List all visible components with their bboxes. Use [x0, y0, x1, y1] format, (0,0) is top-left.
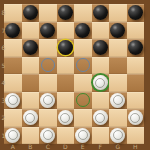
square-b8[interactable] — [22, 4, 40, 22]
rank-labels: 87654321 — [0, 4, 7, 144]
piece-ridge — [8, 95, 18, 105]
black-piece-d8[interactable] — [58, 5, 73, 20]
square-f2[interactable] — [92, 109, 110, 127]
white-piece-g1[interactable] — [110, 128, 125, 143]
move-hint-ring-e5[interactable] — [76, 58, 90, 72]
white-piece-f2[interactable] — [93, 110, 108, 125]
piece-ridge — [95, 113, 105, 123]
square-b3[interactable] — [22, 92, 40, 110]
black-piece-f6[interactable] — [93, 40, 108, 55]
white-piece-a3[interactable] — [5, 93, 20, 108]
square-g5[interactable] — [109, 57, 127, 75]
square-b7[interactable] — [22, 22, 40, 40]
square-c5[interactable] — [39, 57, 57, 75]
black-piece-h8[interactable] — [128, 5, 143, 20]
square-f7[interactable] — [92, 22, 110, 40]
square-b1[interactable] — [22, 127, 40, 145]
file-label-c: C — [39, 144, 57, 150]
square-e6[interactable] — [74, 39, 92, 57]
square-d1[interactable] — [57, 127, 75, 145]
move-hint-ring-c5[interactable] — [41, 58, 55, 72]
white-piece-b2[interactable] — [23, 110, 38, 125]
square-f3[interactable] — [92, 92, 110, 110]
square-b6[interactable] — [22, 39, 40, 57]
black-piece-f8[interactable] — [93, 5, 108, 20]
square-e1[interactable] — [74, 127, 92, 145]
black-piece-b6[interactable] — [23, 40, 38, 55]
square-h5[interactable] — [127, 57, 145, 75]
rank-label-3: 3 — [0, 92, 7, 110]
piece-ridge — [78, 130, 88, 140]
piece-ridge — [113, 95, 123, 105]
file-label-h: H — [127, 144, 145, 150]
black-piece-h6[interactable] — [128, 40, 143, 55]
square-b5[interactable] — [22, 57, 40, 75]
square-h6[interactable] — [127, 39, 145, 57]
square-e8[interactable] — [74, 4, 92, 22]
rank-label-5: 5 — [0, 57, 7, 75]
square-e2[interactable] — [74, 109, 92, 127]
rank-label-1: 1 — [0, 127, 7, 145]
white-piece-a1[interactable] — [5, 128, 20, 143]
black-piece-b8[interactable] — [23, 5, 38, 20]
square-d8[interactable] — [57, 4, 75, 22]
white-piece-h2[interactable] — [128, 110, 143, 125]
square-d6[interactable] — [57, 39, 75, 57]
rank-label-4: 4 — [0, 74, 7, 92]
square-c1[interactable] — [39, 127, 57, 145]
square-d7[interactable] — [57, 22, 75, 40]
checkers-board-frame: 87654321 ABCDEFGH — [0, 0, 150, 150]
file-label-e: E — [74, 144, 92, 150]
white-piece-d2[interactable] — [58, 110, 73, 125]
black-piece-d6[interactable] — [58, 40, 73, 55]
square-f5[interactable] — [92, 57, 110, 75]
square-h2[interactable] — [127, 109, 145, 127]
square-d4[interactable] — [57, 74, 75, 92]
square-e7[interactable] — [74, 22, 92, 40]
square-d5[interactable] — [57, 57, 75, 75]
square-g1[interactable] — [109, 127, 127, 145]
white-piece-c3[interactable] — [40, 93, 55, 108]
square-f8[interactable] — [92, 4, 110, 22]
white-piece-f4[interactable] — [93, 75, 108, 90]
square-h4[interactable] — [127, 74, 145, 92]
file-label-g: G — [109, 144, 127, 150]
square-g7[interactable] — [109, 22, 127, 40]
square-h7[interactable] — [127, 22, 145, 40]
rank-label-6: 6 — [0, 39, 7, 57]
square-g8[interactable] — [109, 4, 127, 22]
white-piece-e1[interactable] — [75, 128, 90, 143]
file-label-f: F — [92, 144, 110, 150]
square-g2[interactable] — [109, 109, 127, 127]
black-piece-e7[interactable] — [75, 23, 90, 38]
square-f1[interactable] — [92, 127, 110, 145]
square-c8[interactable] — [39, 4, 57, 22]
file-label-b: B — [22, 144, 40, 150]
file-label-a: A — [4, 144, 22, 150]
square-b2[interactable] — [22, 109, 40, 127]
square-c2[interactable] — [39, 109, 57, 127]
square-c3[interactable] — [39, 92, 57, 110]
square-h3[interactable] — [127, 92, 145, 110]
white-piece-c1[interactable] — [40, 128, 55, 143]
piece-ridge — [8, 130, 18, 140]
last-move-from-ring-e3 — [76, 93, 90, 107]
black-piece-g7[interactable] — [110, 23, 125, 38]
square-e5[interactable] — [74, 57, 92, 75]
white-piece-g3[interactable] — [110, 93, 125, 108]
piece-ridge — [43, 95, 53, 105]
square-c7[interactable] — [39, 22, 57, 40]
square-h8[interactable] — [127, 4, 145, 22]
piece-ridge — [60, 113, 70, 123]
square-h1[interactable] — [127, 127, 145, 145]
square-g3[interactable] — [109, 92, 127, 110]
square-f6[interactable] — [92, 39, 110, 57]
file-labels: ABCDEFGH — [4, 144, 144, 150]
square-g6[interactable] — [109, 39, 127, 57]
piece-ridge — [43, 130, 53, 140]
square-f4[interactable] — [92, 74, 110, 92]
piece-ridge — [95, 78, 105, 88]
square-c6[interactable] — [39, 39, 57, 57]
file-label-d: D — [57, 144, 75, 150]
piece-ridge — [113, 130, 123, 140]
square-e3[interactable] — [74, 92, 92, 110]
piece-ridge — [130, 113, 140, 123]
rank-label-2: 2 — [0, 109, 7, 127]
black-piece-c7[interactable] — [40, 23, 55, 38]
black-piece-a7[interactable] — [5, 23, 20, 38]
checkers-board — [4, 4, 144, 144]
square-d3[interactable] — [57, 92, 75, 110]
piece-ridge — [25, 113, 35, 123]
square-g4[interactable] — [109, 74, 127, 92]
square-d2[interactable] — [57, 109, 75, 127]
rank-label-8: 8 — [0, 4, 7, 22]
square-e4[interactable] — [74, 74, 92, 92]
rank-label-7: 7 — [0, 22, 7, 40]
square-c4[interactable] — [39, 74, 57, 92]
square-b4[interactable] — [22, 74, 40, 92]
